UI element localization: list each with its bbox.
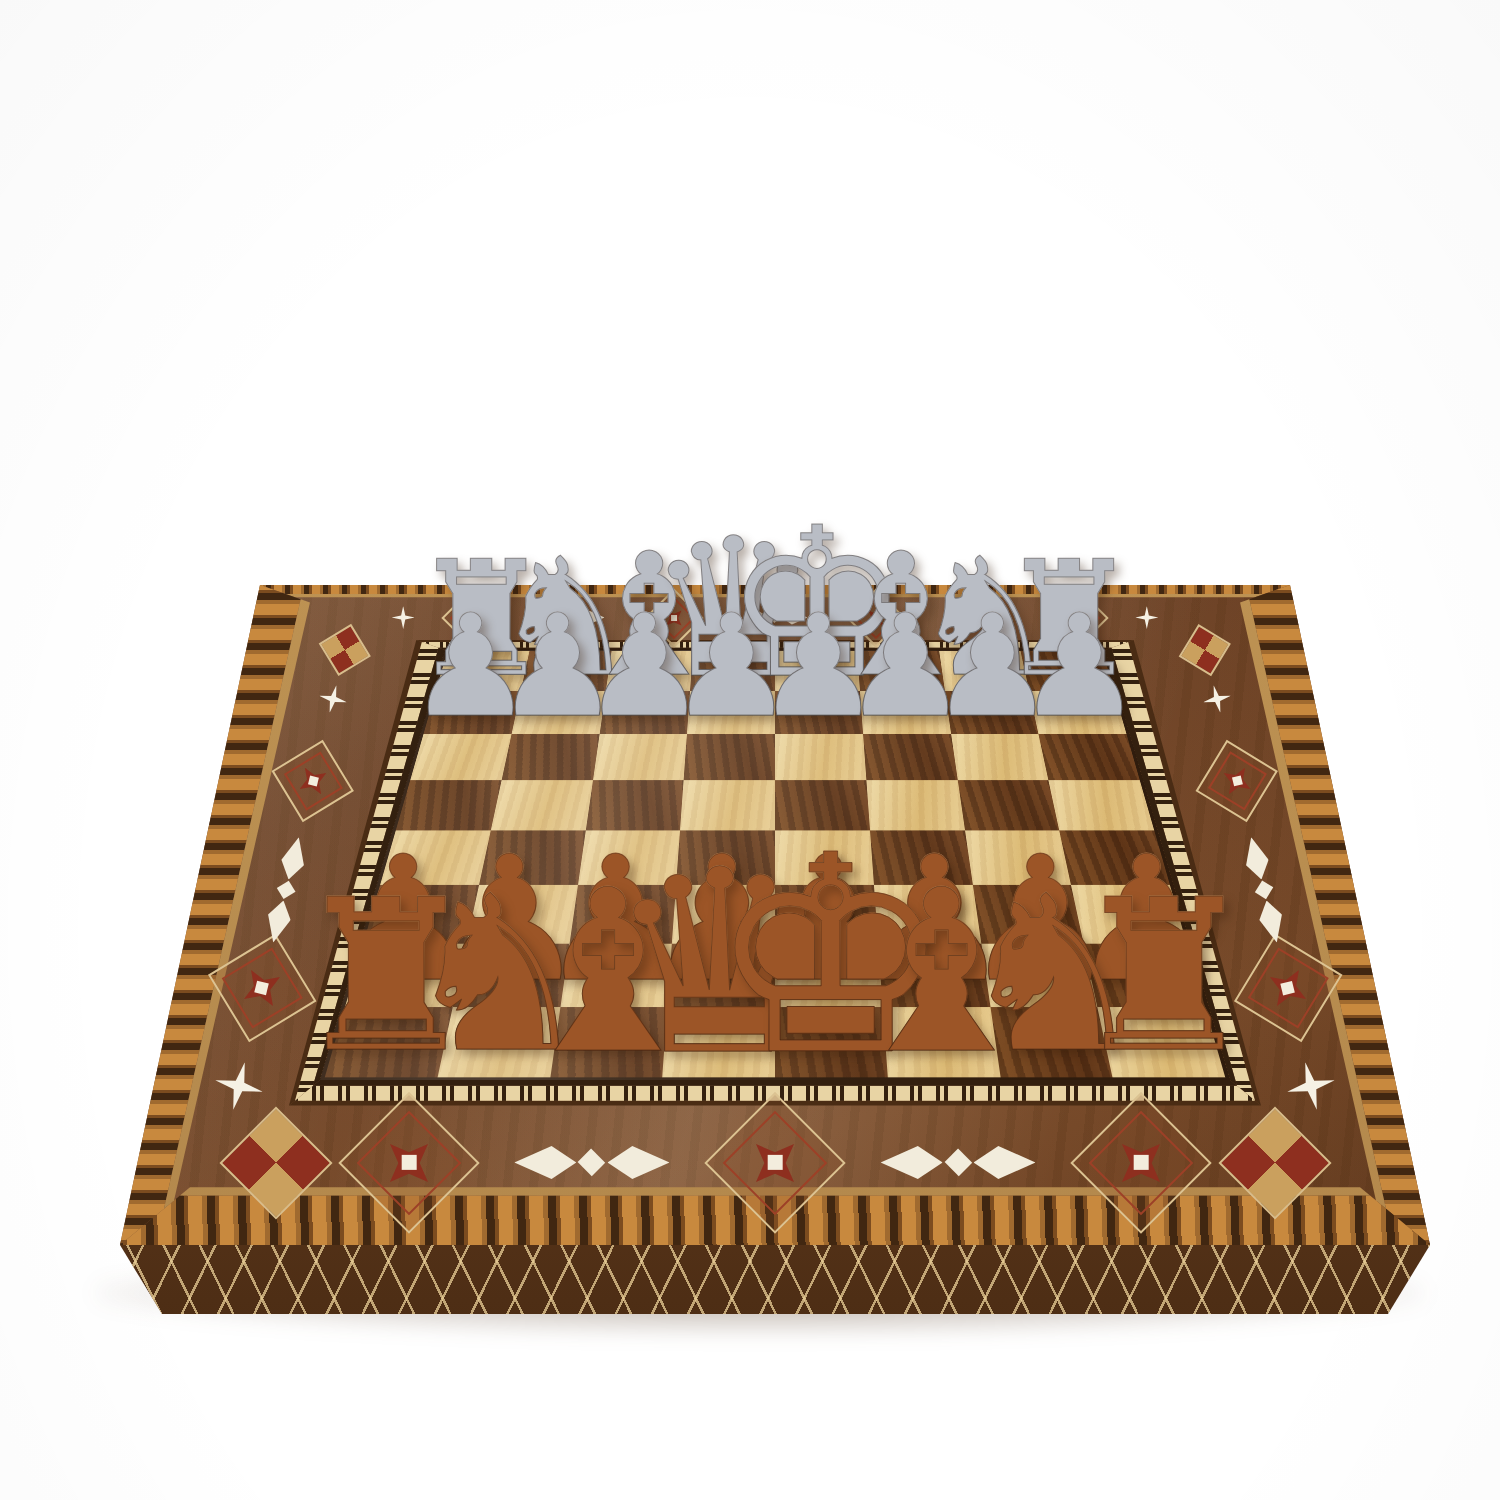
- product-photo-stage: ♜♞♝♛♚♝♞♜♟♟♟♟♟♟♟♟♟♟♟♟♟♟♟♟♜♞♝♛♚♝♞♜: [0, 0, 1500, 1500]
- square-c5: [585, 780, 683, 830]
- square-h8: [1021, 651, 1114, 691]
- square-e2: [775, 943, 883, 1007]
- square-h3: [1071, 885, 1187, 944]
- square-b7: [511, 691, 605, 734]
- square-d1: [662, 1007, 775, 1077]
- square-a2: [345, 943, 466, 1007]
- square-b2: [452, 943, 569, 1007]
- square-b1: [437, 1007, 560, 1077]
- square-g7: [945, 691, 1039, 734]
- square-e5: [775, 780, 870, 830]
- square-b6: [501, 734, 599, 780]
- square-g3: [972, 885, 1083, 944]
- square-a8: [436, 651, 529, 691]
- square-g8: [939, 651, 1030, 691]
- square-f6: [863, 734, 958, 780]
- square-e1: [775, 1007, 888, 1077]
- square-f4: [870, 830, 973, 884]
- square-b8: [521, 651, 612, 691]
- square-d3: [672, 885, 775, 944]
- square-g5: [957, 780, 1059, 830]
- square-f5: [866, 780, 964, 830]
- square-e8: [775, 651, 860, 691]
- square-f8: [857, 651, 945, 691]
- square-h5: [1049, 780, 1155, 830]
- square-h1: [1098, 1007, 1226, 1077]
- square-f3: [874, 885, 981, 944]
- square-g2: [981, 943, 1098, 1007]
- square-b4: [479, 830, 585, 884]
- square-a7: [423, 691, 520, 734]
- square-b5: [491, 780, 593, 830]
- square-h7: [1029, 691, 1126, 734]
- square-c4: [578, 830, 681, 884]
- square-c6: [593, 734, 688, 780]
- square-c2: [560, 943, 672, 1007]
- square-a6: [410, 734, 511, 780]
- square-h6: [1039, 734, 1140, 780]
- square-f7: [860, 691, 951, 734]
- square-b3: [466, 885, 577, 944]
- square-d5: [680, 780, 775, 830]
- square-e4: [775, 830, 874, 884]
- square-d2: [667, 943, 775, 1007]
- square-g1: [990, 1007, 1113, 1077]
- square-h4: [1059, 830, 1169, 884]
- board-perspective-wrap: [320, 649, 1230, 1080]
- square-d8: [690, 651, 775, 691]
- square-d4: [676, 830, 775, 884]
- square-h2: [1084, 943, 1205, 1007]
- square-e6: [775, 734, 866, 780]
- square-d6: [684, 734, 775, 780]
- square-f1: [883, 1007, 1001, 1077]
- square-d7: [687, 691, 775, 734]
- square-f2: [878, 943, 990, 1007]
- square-a3: [363, 885, 479, 944]
- square-e3: [775, 885, 878, 944]
- square-a4: [380, 830, 490, 884]
- square-g6: [951, 734, 1049, 780]
- square-a1: [325, 1007, 453, 1077]
- square-c3: [569, 885, 676, 944]
- square-c7: [599, 691, 690, 734]
- chess-board: [320, 649, 1230, 1080]
- square-e7: [775, 691, 863, 734]
- square-g4: [965, 830, 1071, 884]
- square-c8: [605, 651, 693, 691]
- square-c1: [550, 1007, 668, 1077]
- square-a5: [396, 780, 502, 830]
